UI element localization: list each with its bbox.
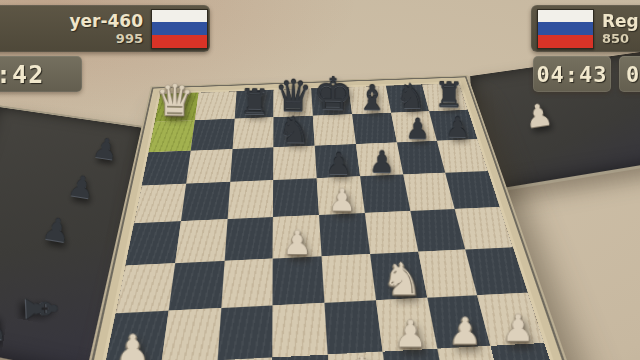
black-knight[interactable]: ♞	[273, 111, 315, 148]
square-a5[interactable]	[134, 184, 186, 223]
square-e6[interactable]: ♟	[315, 144, 360, 179]
left-player-rating: 995	[0, 31, 143, 46]
right-player-rating: 850	[602, 31, 640, 46]
square-e3[interactable]	[322, 254, 376, 303]
square-a8[interactable]: ♛	[155, 93, 199, 122]
square-a2[interactable]: ♟	[105, 310, 169, 360]
black-bishop[interactable]: ♝	[352, 80, 391, 115]
square-e5[interactable]: ♟	[317, 177, 365, 215]
white-king[interactable]: ♚	[332, 349, 391, 360]
square-h3[interactable]	[465, 247, 527, 295]
square-c7[interactable]	[232, 117, 274, 149]
square-d5[interactable]	[273, 178, 319, 217]
square-a6[interactable]	[142, 150, 191, 185]
square-c3[interactable]	[221, 258, 273, 307]
square-h5[interactable]	[445, 171, 499, 209]
captured-black-pawn: ♟	[0, 306, 12, 346]
square-a3[interactable]	[116, 263, 175, 313]
square-f5[interactable]	[360, 175, 410, 213]
square-g5[interactable]	[403, 173, 455, 211]
square-h6[interactable]	[437, 139, 488, 173]
left-player-plate: yer-460 995	[0, 5, 210, 52]
square-g8[interactable]: ♞	[385, 84, 429, 112]
square-b8[interactable]	[195, 91, 237, 120]
captured-black-pawn: ♟	[66, 171, 97, 204]
square-b3[interactable]	[168, 261, 224, 310]
left-player-name: yer-460	[0, 11, 143, 31]
right-player-name: Reg	[602, 11, 640, 31]
black-rook[interactable]: ♜	[430, 77, 469, 112]
black-pawn[interactable]: ♟	[397, 115, 438, 143]
white-rook[interactable]: ♜	[507, 355, 565, 360]
square-h7[interactable]: ♟	[429, 110, 477, 141]
square-g4[interactable]	[410, 209, 466, 252]
square-b5[interactable]	[181, 182, 230, 221]
captured-black-bishop: ♝	[19, 289, 63, 328]
square-c8[interactable]: ♜	[234, 90, 274, 119]
square-c4[interactable]	[224, 217, 273, 261]
square-f6[interactable]: ♟	[356, 142, 403, 176]
white-pawn[interactable]: ♟	[437, 313, 491, 350]
black-pawn[interactable]: ♟	[317, 149, 361, 179]
black-rook[interactable]: ♜	[234, 84, 274, 119]
captured-white-pawn: ♟	[523, 99, 555, 133]
white-pawn[interactable]: ♟	[491, 310, 545, 347]
square-f4[interactable]	[365, 211, 418, 254]
right-player-clock-2: 0	[619, 56, 640, 92]
square-c6[interactable]	[230, 147, 274, 182]
square-b2[interactable]	[161, 308, 221, 360]
square-d7[interactable]: ♞	[274, 116, 315, 147]
square-g7[interactable]: ♟	[391, 111, 437, 142]
square-e1[interactable]: ♚	[328, 352, 390, 360]
square-e4[interactable]	[319, 213, 370, 256]
black-king[interactable]: ♚	[313, 71, 352, 116]
white-pawn[interactable]: ♟	[104, 330, 161, 360]
game-scene: ♟♟♟♝♟ ♟ ♛♜♛♚♝♞♜♞♟♟♟♟♟♟♞♟♟♟♟♜♞♝♚♜ yer-460…	[0, 0, 640, 360]
white-queen[interactable]: ♛	[155, 79, 195, 123]
square-e7[interactable]	[313, 114, 356, 145]
square-h8[interactable]: ♜	[422, 83, 467, 111]
right-player-plate: Reg 850	[531, 5, 640, 52]
black-pawn[interactable]: ♟	[437, 113, 478, 141]
square-e8[interactable]: ♚	[311, 87, 352, 115]
square-h4[interactable]	[455, 207, 513, 249]
square-a4[interactable]	[125, 221, 180, 265]
black-pawn[interactable]: ♟	[360, 148, 403, 178]
white-knight[interactable]: ♞	[376, 255, 427, 300]
black-knight[interactable]: ♞	[391, 79, 430, 114]
square-a7[interactable]	[149, 120, 195, 152]
right-player-clock: 04:43	[533, 56, 611, 92]
captured-black-pawn: ♟	[91, 134, 120, 165]
square-f3[interactable]: ♞	[370, 252, 427, 300]
square-f8[interactable]: ♝	[348, 86, 390, 114]
square-b6[interactable]	[186, 149, 232, 184]
russia-flag	[151, 9, 208, 49]
square-d6[interactable]	[273, 145, 316, 180]
russia-flag	[537, 9, 594, 49]
square-b4[interactable]	[175, 219, 227, 263]
white-pawn[interactable]: ♟	[319, 184, 365, 215]
white-pawn[interactable]: ♟	[273, 226, 322, 259]
captured-black-pawn: ♟	[40, 213, 73, 248]
square-b7[interactable]	[190, 119, 234, 151]
square-d4[interactable]: ♟	[273, 215, 322, 258]
left-player-clock: 1:42	[0, 56, 82, 92]
square-c5[interactable]	[227, 180, 273, 219]
square-d3[interactable]	[273, 256, 325, 305]
square-d2[interactable]	[273, 302, 328, 357]
square-f7[interactable]	[352, 113, 397, 144]
square-c2[interactable]	[217, 305, 273, 360]
